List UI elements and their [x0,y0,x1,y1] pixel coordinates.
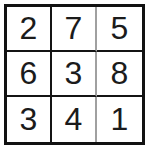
cell-r2c3: 8 [97,52,142,97]
cell-r3c1: 3 [7,97,52,142]
number-grid-board: 2 7 5 6 3 8 3 4 1 [4,4,145,145]
cell-r1c3: 5 [97,7,142,52]
cell-r3c2: 4 [52,97,97,142]
cell-r3c3: 1 [97,97,142,142]
puzzle-stage: 2 7 5 6 3 8 3 4 1 [0,0,150,150]
cell-r2c1: 6 [7,52,52,97]
cell-r2c2: 3 [52,52,97,97]
cell-r1c1: 2 [7,7,52,52]
cell-r1c2: 7 [52,7,97,52]
